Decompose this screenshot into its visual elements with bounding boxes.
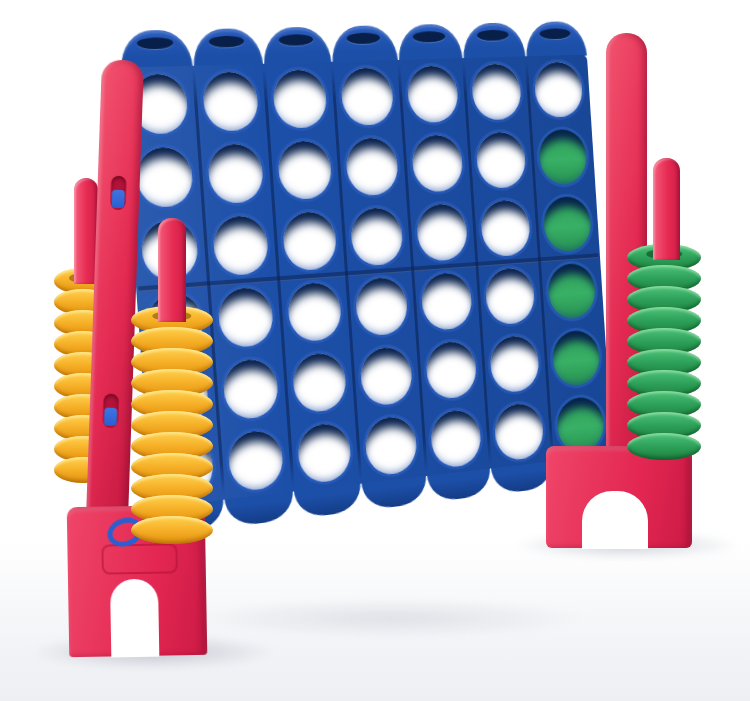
board-hole-r5c4 <box>359 345 413 406</box>
board-cell <box>403 127 472 199</box>
frame-cutout <box>103 394 119 429</box>
disc-stack-front-left <box>131 306 213 544</box>
board-cell <box>341 199 412 273</box>
board-hole-r4c3 <box>287 281 343 343</box>
board-hole-r5c7 <box>551 328 601 387</box>
board-cell <box>543 322 608 395</box>
board-hole-r2c2 <box>207 142 265 203</box>
frame-clip <box>111 190 125 208</box>
board-hole-r4c5 <box>420 271 473 331</box>
board-cell <box>218 421 293 500</box>
board-hole-r6c3 <box>296 421 352 484</box>
board-cell <box>208 278 283 355</box>
board-hole-r6c2 <box>227 428 284 492</box>
foot-plaque <box>101 543 178 574</box>
board-cell <box>530 122 595 192</box>
board-hole-r6c4 <box>364 414 418 476</box>
board-cell <box>203 207 278 283</box>
green-disc <box>627 433 701 460</box>
board-cell <box>412 264 481 338</box>
board-cell <box>467 124 534 195</box>
board-cell <box>263 62 336 136</box>
board-hole-r2c1 <box>135 146 194 208</box>
board-hole-r1c2 <box>202 71 260 132</box>
board-top-scallop <box>461 22 525 59</box>
board-hole-r2c4 <box>345 136 400 196</box>
board-cell <box>407 195 476 268</box>
board-cell <box>539 255 604 327</box>
board-cell <box>476 259 543 332</box>
board-cell <box>268 133 341 207</box>
foot-arch-cutout <box>582 491 648 549</box>
frame-clip <box>104 408 118 426</box>
board-hole-r5c6 <box>489 334 540 394</box>
board-hole-r1c4 <box>340 67 395 126</box>
board-cell <box>463 56 530 127</box>
board-cell <box>421 400 490 476</box>
disc-drop-slot <box>137 37 174 49</box>
board-cell <box>331 60 402 133</box>
board-cell <box>356 407 426 484</box>
board-hole-r3c6 <box>480 199 532 258</box>
disc-drop-slot <box>539 28 570 39</box>
board-cell <box>485 394 552 468</box>
board-hole-r3c7 <box>542 195 592 253</box>
connect-four-set <box>0 0 750 701</box>
board-hole-r2c7 <box>538 128 588 185</box>
board-cell <box>283 344 356 421</box>
disc-stack-front-right <box>627 244 701 460</box>
disc-post-rod <box>158 218 186 322</box>
frame-foot-right <box>546 446 692 548</box>
board-hole-r4c4 <box>354 276 408 337</box>
board-hole-r3c3 <box>282 210 338 271</box>
board-cell <box>417 332 486 407</box>
board-cell <box>193 64 268 139</box>
board-hole-r3c2 <box>212 214 270 276</box>
board-hole-r3c5 <box>415 202 468 261</box>
board-cell <box>336 130 407 203</box>
foot-arch-cutout <box>110 579 159 658</box>
board-hole-r1c5 <box>406 65 459 123</box>
board-cell <box>481 327 548 401</box>
disc-drop-slot <box>208 35 244 47</box>
board-cell <box>273 203 346 278</box>
board-cell <box>472 192 539 264</box>
board-hole-r2c3 <box>277 139 333 199</box>
board-top-scallop <box>524 21 587 57</box>
disc-drop-slot <box>477 30 509 41</box>
board-hole-r4c7 <box>547 262 597 320</box>
board-cell <box>398 58 467 130</box>
disc-drop-slot <box>346 32 380 44</box>
board-cell <box>198 135 273 211</box>
board-hole-r1c6 <box>471 63 523 120</box>
board-hole-r5c5 <box>425 339 478 400</box>
board-hole-r2c5 <box>411 134 464 193</box>
board-cell <box>346 269 417 344</box>
board-hole-r1c3 <box>272 69 328 129</box>
board-cell <box>213 350 288 428</box>
board-cell <box>526 55 592 125</box>
board-hole-r4c2 <box>217 286 275 349</box>
disc-post-rod <box>653 158 680 260</box>
disc-drop-slot <box>278 34 313 46</box>
board-cell <box>288 414 360 492</box>
frame-cutout <box>110 176 126 211</box>
board-hole-r6c6 <box>493 401 544 461</box>
board-top-scallop <box>261 26 331 64</box>
disc-drop-slot <box>412 31 445 43</box>
yellow-disc <box>131 516 213 544</box>
board-hole-r5c2 <box>222 357 279 420</box>
board-hole-r4c6 <box>484 266 535 325</box>
board-cell <box>278 273 351 349</box>
board-hole-r5c3 <box>292 351 348 413</box>
board-top-scallop <box>396 24 462 61</box>
board-cell <box>535 188 600 259</box>
board-hole-r3c4 <box>350 206 404 266</box>
board-hole-r6c5 <box>430 408 483 469</box>
board-cell <box>351 338 422 414</box>
board-hole-r1c7 <box>533 61 583 118</box>
board-top-scallop <box>191 28 263 67</box>
board-top-scallop <box>330 25 398 63</box>
floor-shadow-middle <box>190 598 590 638</box>
board-hole-r2c6 <box>475 131 527 189</box>
